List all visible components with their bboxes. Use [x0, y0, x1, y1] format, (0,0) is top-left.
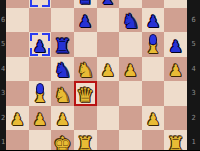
square-a6[interactable]	[6, 8, 29, 33]
rank-label-1-right: 1	[187, 138, 200, 147]
square-d6[interactable]: ♟	[74, 8, 97, 33]
square-d3[interactable]: ♛	[74, 81, 97, 106]
square-f4[interactable]: ♟	[119, 57, 142, 82]
square-c6[interactable]	[51, 8, 74, 33]
selection-cursor-b7	[29, 0, 52, 8]
square-a2[interactable]: ♟	[6, 106, 29, 131]
rank-label-6-right: 6	[187, 16, 200, 25]
piece-bx-d7[interactable]: ♛	[74, 0, 97, 7]
square-c7[interactable]	[51, 0, 74, 8]
square-d4[interactable]: ♞	[74, 57, 97, 82]
square-g4[interactable]	[142, 57, 165, 82]
rank-label-5-left: 5	[0, 40, 6, 49]
rank-label-2-right: 2	[187, 114, 200, 123]
rank-label-6-left: 6	[0, 16, 6, 25]
square-d5[interactable]	[74, 32, 97, 57]
square-a1[interactable]	[6, 130, 29, 150]
square-f5[interactable]	[119, 32, 142, 57]
piece-wR-h1[interactable]: ♜	[164, 134, 187, 151]
square-h5[interactable]: ♟	[164, 32, 187, 57]
piece-bP-h5[interactable]: ♟	[164, 39, 187, 55]
piece-wP-a2[interactable]: ♟	[6, 112, 29, 128]
square-g1[interactable]	[142, 130, 165, 150]
square-e6[interactable]	[97, 8, 120, 33]
square-d7[interactable]: ♛	[74, 0, 97, 8]
square-a7[interactable]	[6, 0, 29, 8]
chess-board: ♛♝♟♞♟♟♜♝♟♞♞♟♟♟♝♞♛♟♟♟♟♚♜♜	[6, 0, 187, 150]
piece-wP-e4[interactable]: ♟	[97, 63, 120, 79]
piece-wP-h4[interactable]: ♟	[164, 63, 187, 79]
square-h3[interactable]	[164, 81, 187, 106]
square-d1[interactable]: ♜	[74, 130, 97, 150]
rank-label-3-left: 3	[0, 89, 6, 98]
rank-label-2-left: 2	[0, 114, 6, 123]
square-a4[interactable]	[6, 57, 29, 82]
rank-label-5-right: 5	[187, 40, 200, 49]
piece-wP-f4[interactable]: ♟	[119, 63, 142, 79]
piece-wP-b2[interactable]: ♟	[29, 112, 52, 128]
rank-label-4-left: 4	[0, 65, 6, 74]
square-h2[interactable]	[164, 106, 187, 131]
square-e7[interactable]: ♝	[97, 0, 120, 8]
square-h1[interactable]: ♜	[164, 130, 187, 150]
square-f1[interactable]	[119, 130, 142, 150]
square-b6[interactable]	[29, 8, 52, 33]
square-f3[interactable]	[119, 81, 142, 106]
bishop-blue-mitre-b3	[37, 84, 43, 93]
square-b5[interactable]: ♟	[29, 32, 52, 57]
chess-app-screen: ♛♝♟♞♟♟♜♝♟♞♞♟♟♟♝♞♛♟♟♟♟♚♜♜ 7654321 7654321	[0, 0, 200, 150]
piece-bN-f6[interactable]: ♞	[119, 11, 142, 31]
piece-bP-d6[interactable]: ♟	[74, 14, 97, 30]
square-h7[interactable]	[164, 0, 187, 8]
square-c3[interactable]: ♞	[51, 81, 74, 106]
rank-label-4-right: 4	[187, 65, 200, 74]
square-e3[interactable]	[97, 81, 120, 106]
square-b3[interactable]: ♝	[29, 81, 52, 106]
rank-label-1-left: 1	[0, 138, 6, 147]
square-g3[interactable]	[142, 81, 165, 106]
rank-label-3-right: 3	[187, 89, 200, 98]
square-g7[interactable]	[142, 0, 165, 8]
piece-wP-g2[interactable]: ♟	[142, 112, 165, 128]
selection-cursor-b5	[29, 32, 52, 57]
piece-wN-c3[interactable]: ♞	[51, 85, 74, 105]
square-g2[interactable]: ♟	[142, 106, 165, 131]
square-c4[interactable]: ♞	[51, 57, 74, 82]
piece-bx-e7[interactable]: ♝	[97, 0, 120, 7]
last-move-highlight-d3	[74, 81, 97, 106]
square-h4[interactable]: ♟	[164, 57, 187, 82]
square-f6[interactable]: ♞	[119, 8, 142, 33]
square-b1[interactable]	[29, 130, 52, 150]
piece-wK-c1[interactable]: ♚	[51, 134, 74, 151]
square-c5[interactable]: ♜	[51, 32, 74, 57]
square-f7[interactable]	[119, 0, 142, 8]
square-d2[interactable]	[74, 106, 97, 131]
square-e1[interactable]	[97, 130, 120, 150]
square-g6[interactable]: ♟	[142, 8, 165, 33]
square-c1[interactable]: ♚	[51, 130, 74, 150]
piece-wP-c2[interactable]: ♟	[51, 112, 74, 128]
square-g5[interactable]: ♝	[142, 32, 165, 57]
left-rank-label-strip: 7654321	[0, 0, 6, 150]
piece-wN-d4[interactable]: ♞	[74, 60, 97, 80]
piece-bP-g6[interactable]: ♟	[142, 14, 165, 30]
square-e4[interactable]: ♟	[97, 57, 120, 82]
right-rank-label-strip: 7654321	[187, 0, 200, 150]
square-e5[interactable]	[97, 32, 120, 57]
square-b4[interactable]	[29, 57, 52, 82]
piece-bR-c5[interactable]: ♜	[51, 36, 74, 56]
square-c2[interactable]: ♟	[51, 106, 74, 131]
square-b7[interactable]	[29, 0, 52, 8]
square-b2[interactable]: ♟	[29, 106, 52, 131]
square-a3[interactable]	[6, 81, 29, 106]
square-f2[interactable]	[119, 106, 142, 131]
square-a5[interactable]	[6, 32, 29, 57]
piece-bN-c4[interactable]: ♞	[51, 60, 74, 80]
square-e2[interactable]	[97, 106, 120, 131]
square-h6[interactable]	[164, 8, 187, 33]
piece-wR-d1[interactable]: ♜	[74, 134, 97, 151]
bishop-blue-mitre-g5	[150, 35, 156, 44]
